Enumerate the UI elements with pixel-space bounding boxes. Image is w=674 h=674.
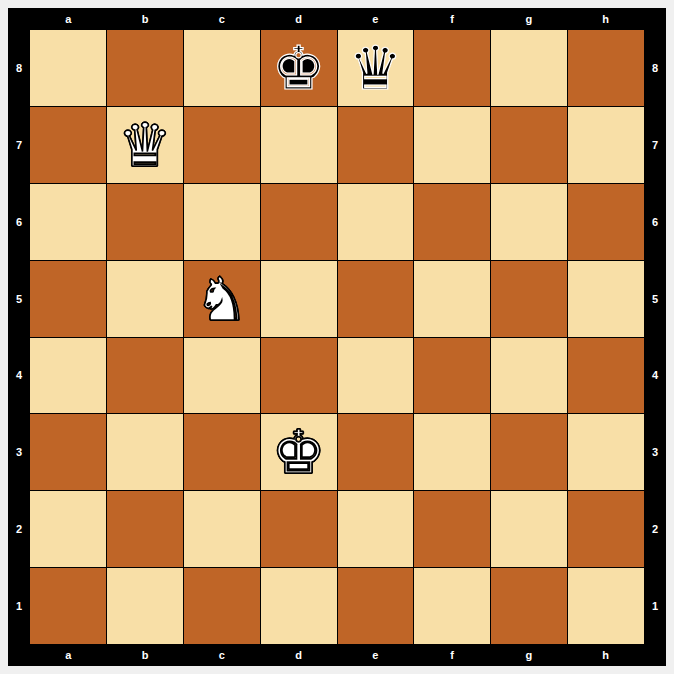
square-d2[interactable] [261,491,337,567]
square-c6[interactable] [184,184,260,260]
square-h6[interactable] [568,184,644,260]
white-king[interactable]: ♚ [272,422,326,482]
rank-label-1: 1 [8,567,30,644]
file-label-a: a [30,644,107,666]
square-h7[interactable] [568,107,644,183]
square-h8[interactable] [568,30,644,106]
square-a5[interactable] [30,261,106,337]
square-a1[interactable] [30,568,106,644]
square-e7[interactable] [338,107,414,183]
square-d6[interactable] [261,184,337,260]
rank-label-5: 5 [644,260,666,337]
file-label-h: h [567,8,644,30]
square-c1[interactable] [184,568,260,644]
square-d7[interactable] [261,107,337,183]
file-label-f: f [414,8,491,30]
square-b3[interactable] [107,414,183,490]
square-d4[interactable] [261,338,337,414]
rank-label-8: 8 [8,30,30,107]
square-b8[interactable] [107,30,183,106]
file-label-c: c [184,644,261,666]
square-e2[interactable] [338,491,414,567]
square-g4[interactable] [491,338,567,414]
rank-label-1: 1 [644,567,666,644]
square-b6[interactable] [107,184,183,260]
square-a4[interactable] [30,338,106,414]
square-a2[interactable] [30,491,106,567]
square-g7[interactable] [491,107,567,183]
square-e1[interactable] [338,568,414,644]
file-label-d: d [260,644,337,666]
rank-label-4: 4 [8,337,30,414]
square-f2[interactable] [414,491,490,567]
square-d5[interactable] [261,261,337,337]
file-labels-top: abcdefgh [30,8,644,30]
square-e8[interactable]: ♛ [338,30,414,106]
file-label-f: f [414,644,491,666]
square-h5[interactable] [568,261,644,337]
file-label-a: a [30,8,107,30]
rank-label-8: 8 [644,30,666,107]
square-g2[interactable] [491,491,567,567]
square-b2[interactable] [107,491,183,567]
square-b4[interactable] [107,338,183,414]
square-e5[interactable] [338,261,414,337]
square-g3[interactable] [491,414,567,490]
square-a7[interactable] [30,107,106,183]
square-f7[interactable] [414,107,490,183]
rank-label-6: 6 [644,184,666,261]
square-f5[interactable] [414,261,490,337]
square-c3[interactable] [184,414,260,490]
rank-label-4: 4 [644,337,666,414]
rank-label-6: 6 [8,184,30,261]
square-g1[interactable] [491,568,567,644]
square-d3[interactable]: ♚ [261,414,337,490]
square-g8[interactable] [491,30,567,106]
square-c7[interactable] [184,107,260,183]
square-f3[interactable] [414,414,490,490]
board-frame: abcdefgh abcdefgh 87654321 87654321 ♚♛♛♞… [8,8,666,666]
square-d1[interactable] [261,568,337,644]
rank-label-7: 7 [8,107,30,184]
square-f6[interactable] [414,184,490,260]
square-a3[interactable] [30,414,106,490]
square-e4[interactable] [338,338,414,414]
file-label-b: b [107,644,184,666]
square-b1[interactable] [107,568,183,644]
rank-labels-left: 87654321 [8,30,30,644]
square-h2[interactable] [568,491,644,567]
rank-label-2: 2 [8,491,30,568]
file-label-b: b [107,8,184,30]
white-knight[interactable]: ♞ [195,269,249,329]
rank-label-5: 5 [8,260,30,337]
file-label-g: g [491,8,568,30]
square-b5[interactable] [107,261,183,337]
rank-label-2: 2 [644,491,666,568]
file-label-h: h [567,644,644,666]
square-c5[interactable]: ♞ [184,261,260,337]
square-f8[interactable] [414,30,490,106]
square-e6[interactable] [338,184,414,260]
square-c2[interactable] [184,491,260,567]
file-labels-bottom: abcdefgh [30,644,644,666]
chess-board: ♚♛♛♞♚ [30,30,644,644]
square-e3[interactable] [338,414,414,490]
square-f4[interactable] [414,338,490,414]
square-d8[interactable]: ♚ [261,30,337,106]
square-h3[interactable] [568,414,644,490]
square-a8[interactable] [30,30,106,106]
square-a6[interactable] [30,184,106,260]
square-g5[interactable] [491,261,567,337]
rank-label-3: 3 [644,414,666,491]
file-label-e: e [337,8,414,30]
square-c8[interactable] [184,30,260,106]
file-label-d: d [260,8,337,30]
white-queen[interactable]: ♛ [118,115,172,175]
black-king[interactable]: ♚ [272,38,326,98]
square-h4[interactable] [568,338,644,414]
rank-label-3: 3 [8,414,30,491]
file-label-g: g [491,644,568,666]
file-label-c: c [184,8,261,30]
square-b7[interactable]: ♛ [107,107,183,183]
square-f1[interactable] [414,568,490,644]
black-queen[interactable]: ♛ [349,38,403,98]
file-label-e: e [337,644,414,666]
square-h1[interactable] [568,568,644,644]
rank-label-7: 7 [644,107,666,184]
rank-labels-right: 87654321 [644,30,666,644]
square-g6[interactable] [491,184,567,260]
square-c4[interactable] [184,338,260,414]
